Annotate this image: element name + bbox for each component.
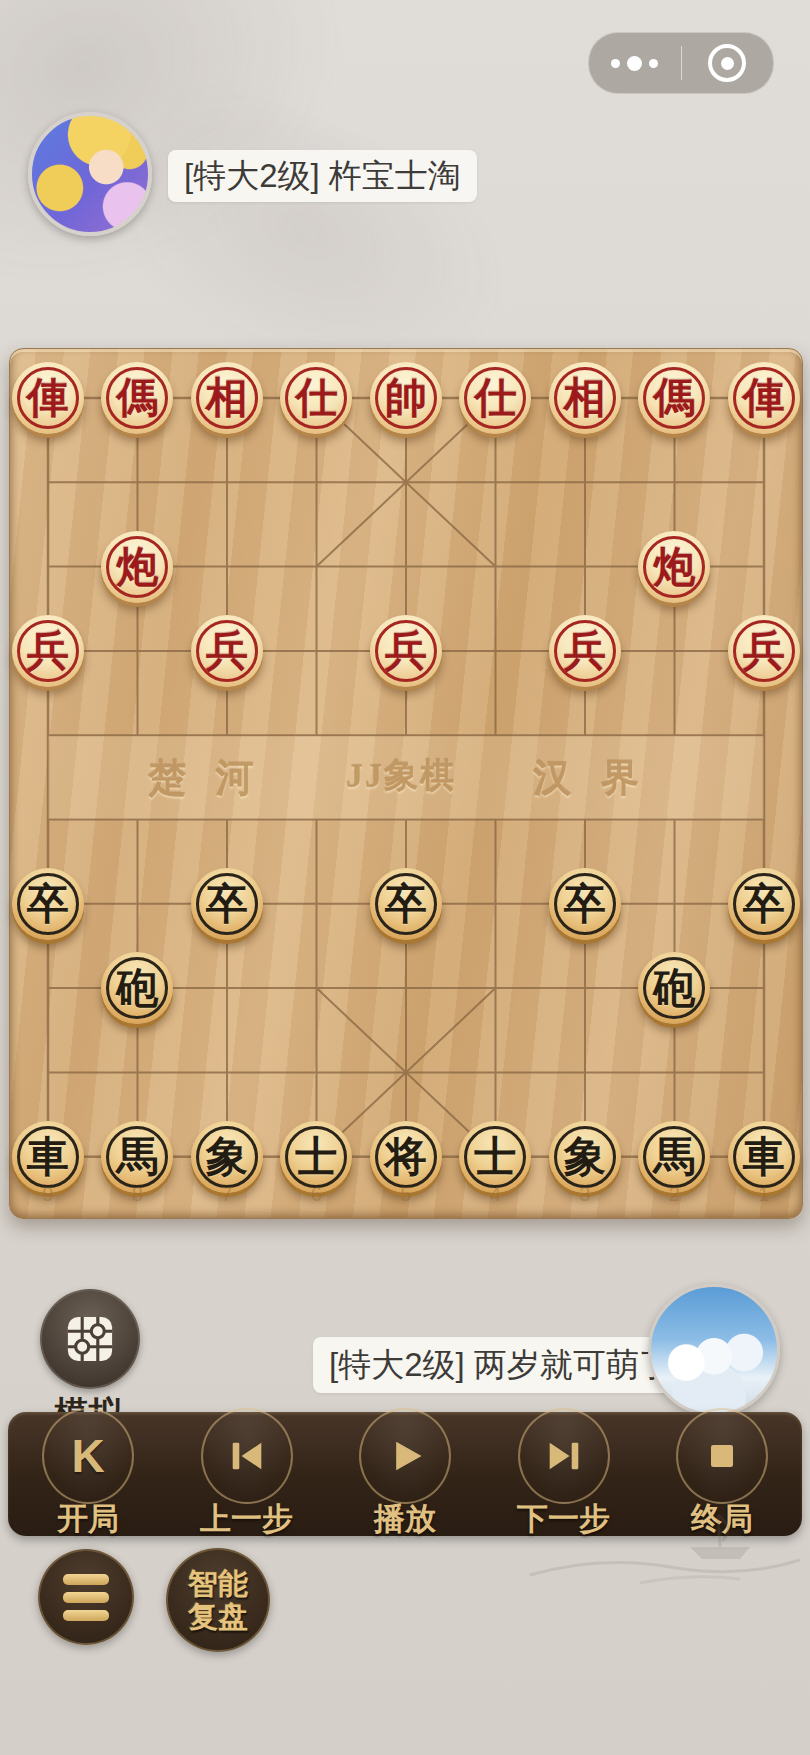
previous-move-button[interactable]: 上一步	[200, 1408, 293, 1540]
xiangqi-board: 楚 河 JJ象棋 汉 界 俥傌相仕帥仕相傌俥炮炮兵兵兵兵兵卒卒卒卒卒砲砲車馬象士…	[9, 348, 803, 1219]
chat-message-bubble: [特大2级] 两岁就可萌了	[313, 1337, 688, 1393]
chat-message-text: [特大2级] 两岁就可萌了	[329, 1343, 672, 1388]
playback-control-bar: K 开局 上一步 播放	[8, 1412, 802, 1536]
file-number: 1	[758, 1183, 769, 1206]
piece-red[interactable]: 傌	[101, 362, 173, 434]
more-dots-icon	[611, 59, 620, 68]
simulate-board-icon	[64, 1313, 116, 1365]
piece-red[interactable]: 傌	[638, 362, 710, 434]
wechat-capsule	[588, 32, 774, 94]
app-root: [特大2级] 杵宝士淘 楚 河 JJ象棋 汉 界 俥傌相仕帥仕相傌俥炮炮兵兵兵兵…	[0, 0, 810, 1755]
piece-red[interactable]: 炮	[101, 531, 173, 603]
player-avatar-bottom[interactable]	[648, 1284, 780, 1416]
go-to-start-icon: K	[71, 1429, 104, 1483]
step-back-icon	[225, 1434, 269, 1478]
file-number: 7	[221, 1183, 232, 1206]
more-button[interactable]	[589, 33, 681, 93]
file-number: 2	[669, 1183, 680, 1206]
file-number: 4	[490, 1183, 501, 1206]
end-square-icon	[700, 1434, 744, 1478]
piece-red[interactable]: 帥	[370, 362, 442, 434]
menu-button[interactable]	[38, 1549, 134, 1645]
player-avatar-top[interactable]	[28, 112, 152, 236]
piece-black[interactable]: 卒	[12, 868, 84, 940]
more-dots-icon	[627, 56, 642, 71]
piece-red[interactable]: 兵	[728, 615, 800, 687]
piece-red[interactable]: 相	[191, 362, 263, 434]
piece-red[interactable]: 炮	[638, 531, 710, 603]
piece-red[interactable]: 俥	[12, 362, 84, 434]
file-number: 3	[579, 1183, 590, 1206]
player-name-bubble: [特大2级] 杵宝士淘	[168, 150, 477, 202]
target-circle-icon	[708, 44, 746, 82]
file-number: 5	[400, 1183, 411, 1206]
player-name-text: [特大2级] 杵宝士淘	[184, 154, 461, 199]
more-dots-icon	[649, 59, 658, 68]
file-number: 6	[311, 1183, 322, 1206]
pieces-layer: 俥傌相仕帥仕相傌俥炮炮兵兵兵兵兵卒卒卒卒卒砲砲車馬象士将士象馬車	[3, 356, 809, 1199]
piece-red[interactable]: 兵	[549, 615, 621, 687]
go-to-end-button[interactable]: 终局	[676, 1408, 768, 1540]
play-button[interactable]: 播放	[359, 1408, 451, 1540]
play-icon	[383, 1434, 427, 1478]
smart-review-button[interactable]: 智能 复盘	[166, 1548, 270, 1652]
file-number: 8	[132, 1183, 143, 1206]
piece-black[interactable]: 卒	[728, 868, 800, 940]
piece-red[interactable]: 兵	[370, 615, 442, 687]
piece-red[interactable]: 仕	[459, 362, 531, 434]
piece-red[interactable]: 俥	[728, 362, 800, 434]
piece-red[interactable]: 仕	[280, 362, 352, 434]
next-move-button[interactable]: 下一步	[517, 1408, 610, 1540]
smart-review-label-line2: 复盘	[188, 1600, 248, 1633]
piece-red[interactable]: 相	[549, 362, 621, 434]
piece-black[interactable]: 砲	[638, 952, 710, 1024]
go-to-start-button[interactable]: K 开局	[42, 1408, 134, 1540]
menu-icon	[63, 1574, 109, 1585]
piece-black[interactable]: 卒	[191, 868, 263, 940]
close-minimize-button[interactable]	[682, 33, 774, 93]
file-number: 9	[42, 1183, 53, 1206]
piece-black[interactable]: 卒	[549, 868, 621, 940]
file-numbers: 987654321	[3, 1179, 809, 1209]
piece-black[interactable]: 砲	[101, 952, 173, 1024]
piece-black[interactable]: 卒	[370, 868, 442, 940]
step-forward-icon	[542, 1434, 586, 1478]
smart-review-label-line1: 智能	[188, 1567, 248, 1600]
piece-red[interactable]: 兵	[191, 615, 263, 687]
piece-red[interactable]: 兵	[12, 615, 84, 687]
